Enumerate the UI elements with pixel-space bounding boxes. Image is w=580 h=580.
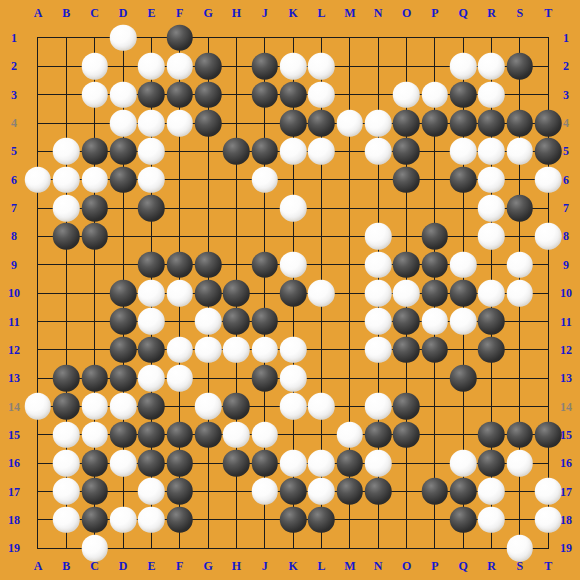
point-P8[interactable] (421, 222, 449, 250)
point-F16[interactable] (166, 449, 194, 477)
point-O15[interactable] (392, 421, 420, 449)
point-S4[interactable] (506, 109, 534, 137)
point-R17[interactable] (477, 477, 505, 505)
point-N2[interactable] (364, 52, 392, 80)
point-N11[interactable] (364, 307, 392, 335)
point-O7[interactable] (392, 194, 420, 222)
point-D9[interactable] (109, 251, 137, 279)
point-N6[interactable] (364, 166, 392, 194)
point-N4[interactable] (364, 109, 392, 137)
point-L16[interactable] (307, 449, 335, 477)
point-G17[interactable] (194, 477, 222, 505)
point-O16[interactable] (392, 449, 420, 477)
point-C5[interactable] (80, 137, 108, 165)
point-D10[interactable] (109, 279, 137, 307)
point-T1[interactable] (534, 24, 562, 52)
point-O13[interactable] (392, 364, 420, 392)
point-G13[interactable] (194, 364, 222, 392)
point-F9[interactable] (166, 251, 194, 279)
point-G6[interactable] (194, 166, 222, 194)
point-C13[interactable] (80, 364, 108, 392)
point-D18[interactable] (109, 506, 137, 534)
point-M3[interactable] (336, 80, 364, 108)
point-R2[interactable] (477, 52, 505, 80)
point-M2[interactable] (336, 52, 364, 80)
point-A7[interactable] (24, 194, 52, 222)
point-M17[interactable] (336, 477, 364, 505)
point-J2[interactable] (251, 52, 279, 80)
point-S2[interactable] (506, 52, 534, 80)
point-J14[interactable] (251, 392, 279, 420)
point-F8[interactable] (166, 222, 194, 250)
point-G19[interactable] (194, 534, 222, 562)
point-C10[interactable] (80, 279, 108, 307)
point-E11[interactable] (137, 307, 165, 335)
point-K3[interactable] (279, 80, 307, 108)
point-T8[interactable] (534, 222, 562, 250)
point-S11[interactable] (506, 307, 534, 335)
point-B12[interactable] (52, 336, 80, 364)
point-Q15[interactable] (449, 421, 477, 449)
point-Q16[interactable] (449, 449, 477, 477)
point-A11[interactable] (24, 307, 52, 335)
point-H11[interactable] (222, 307, 250, 335)
point-M8[interactable] (336, 222, 364, 250)
point-M1[interactable] (336, 24, 364, 52)
point-Q12[interactable] (449, 336, 477, 364)
point-E17[interactable] (137, 477, 165, 505)
point-M7[interactable] (336, 194, 364, 222)
point-T16[interactable] (534, 449, 562, 477)
point-F14[interactable] (166, 392, 194, 420)
point-E3[interactable] (137, 80, 165, 108)
point-F3[interactable] (166, 80, 194, 108)
point-B16[interactable] (52, 449, 80, 477)
point-O2[interactable] (392, 52, 420, 80)
point-G1[interactable] (194, 24, 222, 52)
point-B3[interactable] (52, 80, 80, 108)
point-G16[interactable] (194, 449, 222, 477)
point-R3[interactable] (477, 80, 505, 108)
point-P12[interactable] (421, 336, 449, 364)
point-M4[interactable] (336, 109, 364, 137)
point-G9[interactable] (194, 251, 222, 279)
point-O8[interactable] (392, 222, 420, 250)
point-Q10[interactable] (449, 279, 477, 307)
point-H10[interactable] (222, 279, 250, 307)
point-R5[interactable] (477, 137, 505, 165)
point-P3[interactable] (421, 80, 449, 108)
point-M5[interactable] (336, 137, 364, 165)
point-P2[interactable] (421, 52, 449, 80)
point-R16[interactable] (477, 449, 505, 477)
point-H16[interactable] (222, 449, 250, 477)
point-Q1[interactable] (449, 24, 477, 52)
point-H13[interactable] (222, 364, 250, 392)
point-Q5[interactable] (449, 137, 477, 165)
point-S5[interactable] (506, 137, 534, 165)
point-O17[interactable] (392, 477, 420, 505)
point-C14[interactable] (80, 392, 108, 420)
point-M6[interactable] (336, 166, 364, 194)
point-K15[interactable] (279, 421, 307, 449)
point-S10[interactable] (506, 279, 534, 307)
point-G5[interactable] (194, 137, 222, 165)
point-J18[interactable] (251, 506, 279, 534)
point-M16[interactable] (336, 449, 364, 477)
point-E16[interactable] (137, 449, 165, 477)
point-F15[interactable] (166, 421, 194, 449)
point-S18[interactable] (506, 506, 534, 534)
point-L13[interactable] (307, 364, 335, 392)
point-F7[interactable] (166, 194, 194, 222)
point-M19[interactable] (336, 534, 364, 562)
point-E4[interactable] (137, 109, 165, 137)
point-B8[interactable] (52, 222, 80, 250)
point-J17[interactable] (251, 477, 279, 505)
point-F12[interactable] (166, 336, 194, 364)
point-M12[interactable] (336, 336, 364, 364)
point-A19[interactable] (24, 534, 52, 562)
point-O12[interactable] (392, 336, 420, 364)
point-H17[interactable] (222, 477, 250, 505)
point-S6[interactable] (506, 166, 534, 194)
point-O5[interactable] (392, 137, 420, 165)
point-R8[interactable] (477, 222, 505, 250)
point-N18[interactable] (364, 506, 392, 534)
point-S17[interactable] (506, 477, 534, 505)
point-L10[interactable] (307, 279, 335, 307)
point-E1[interactable] (137, 24, 165, 52)
point-B2[interactable] (52, 52, 80, 80)
point-P7[interactable] (421, 194, 449, 222)
point-R14[interactable] (477, 392, 505, 420)
point-E10[interactable] (137, 279, 165, 307)
point-F10[interactable] (166, 279, 194, 307)
point-C19[interactable] (80, 534, 108, 562)
point-C8[interactable] (80, 222, 108, 250)
point-R19[interactable] (477, 534, 505, 562)
point-S19[interactable] (506, 534, 534, 562)
point-R1[interactable] (477, 24, 505, 52)
point-E13[interactable] (137, 364, 165, 392)
point-P15[interactable] (421, 421, 449, 449)
point-H8[interactable] (222, 222, 250, 250)
point-J10[interactable] (251, 279, 279, 307)
point-R18[interactable] (477, 506, 505, 534)
point-N12[interactable] (364, 336, 392, 364)
point-A5[interactable] (24, 137, 52, 165)
point-R10[interactable] (477, 279, 505, 307)
point-D13[interactable] (109, 364, 137, 392)
point-D14[interactable] (109, 392, 137, 420)
point-F1[interactable] (166, 24, 194, 52)
point-F13[interactable] (166, 364, 194, 392)
point-N1[interactable] (364, 24, 392, 52)
point-O1[interactable] (392, 24, 420, 52)
point-A1[interactable] (24, 24, 52, 52)
point-T15[interactable] (534, 421, 562, 449)
point-H14[interactable] (222, 392, 250, 420)
point-L1[interactable] (307, 24, 335, 52)
point-K18[interactable] (279, 506, 307, 534)
point-Q6[interactable] (449, 166, 477, 194)
point-J12[interactable] (251, 336, 279, 364)
point-C6[interactable] (80, 166, 108, 194)
point-O4[interactable] (392, 109, 420, 137)
point-F2[interactable] (166, 52, 194, 80)
point-K7[interactable] (279, 194, 307, 222)
point-A14[interactable] (24, 392, 52, 420)
point-R4[interactable] (477, 109, 505, 137)
point-T5[interactable] (534, 137, 562, 165)
point-K19[interactable] (279, 534, 307, 562)
point-Q4[interactable] (449, 109, 477, 137)
point-H19[interactable] (222, 534, 250, 562)
point-F4[interactable] (166, 109, 194, 137)
point-K5[interactable] (279, 137, 307, 165)
point-B17[interactable] (52, 477, 80, 505)
point-B4[interactable] (52, 109, 80, 137)
point-P4[interactable] (421, 109, 449, 137)
point-C9[interactable] (80, 251, 108, 279)
point-G7[interactable] (194, 194, 222, 222)
point-B14[interactable] (52, 392, 80, 420)
point-C12[interactable] (80, 336, 108, 364)
point-C3[interactable] (80, 80, 108, 108)
point-E5[interactable] (137, 137, 165, 165)
point-K4[interactable] (279, 109, 307, 137)
point-H12[interactable] (222, 336, 250, 364)
point-P9[interactable] (421, 251, 449, 279)
point-C7[interactable] (80, 194, 108, 222)
point-L5[interactable] (307, 137, 335, 165)
point-J4[interactable] (251, 109, 279, 137)
point-D6[interactable] (109, 166, 137, 194)
point-Q19[interactable] (449, 534, 477, 562)
point-E15[interactable] (137, 421, 165, 449)
point-L15[interactable] (307, 421, 335, 449)
point-R15[interactable] (477, 421, 505, 449)
point-H4[interactable] (222, 109, 250, 137)
point-N3[interactable] (364, 80, 392, 108)
point-N14[interactable] (364, 392, 392, 420)
point-S12[interactable] (506, 336, 534, 364)
point-Q13[interactable] (449, 364, 477, 392)
point-C15[interactable] (80, 421, 108, 449)
point-N16[interactable] (364, 449, 392, 477)
point-N7[interactable] (364, 194, 392, 222)
point-K9[interactable] (279, 251, 307, 279)
point-M9[interactable] (336, 251, 364, 279)
point-H9[interactable] (222, 251, 250, 279)
point-Q11[interactable] (449, 307, 477, 335)
point-B10[interactable] (52, 279, 80, 307)
point-H6[interactable] (222, 166, 250, 194)
point-T17[interactable] (534, 477, 562, 505)
point-J11[interactable] (251, 307, 279, 335)
point-R7[interactable] (477, 194, 505, 222)
point-T13[interactable] (534, 364, 562, 392)
point-H1[interactable] (222, 24, 250, 52)
point-Q14[interactable] (449, 392, 477, 420)
point-E8[interactable] (137, 222, 165, 250)
point-O14[interactable] (392, 392, 420, 420)
point-P19[interactable] (421, 534, 449, 562)
point-A16[interactable] (24, 449, 52, 477)
point-P11[interactable] (421, 307, 449, 335)
point-S16[interactable] (506, 449, 534, 477)
point-K10[interactable] (279, 279, 307, 307)
point-P5[interactable] (421, 137, 449, 165)
point-D12[interactable] (109, 336, 137, 364)
point-B7[interactable] (52, 194, 80, 222)
point-N17[interactable] (364, 477, 392, 505)
point-L17[interactable] (307, 477, 335, 505)
point-G8[interactable] (194, 222, 222, 250)
point-K13[interactable] (279, 364, 307, 392)
point-A6[interactable] (24, 166, 52, 194)
point-N13[interactable] (364, 364, 392, 392)
point-B13[interactable] (52, 364, 80, 392)
point-K8[interactable] (279, 222, 307, 250)
point-O10[interactable] (392, 279, 420, 307)
point-D8[interactable] (109, 222, 137, 250)
point-G14[interactable] (194, 392, 222, 420)
point-N10[interactable] (364, 279, 392, 307)
point-F19[interactable] (166, 534, 194, 562)
point-S9[interactable] (506, 251, 534, 279)
point-N15[interactable] (364, 421, 392, 449)
point-C16[interactable] (80, 449, 108, 477)
point-N5[interactable] (364, 137, 392, 165)
point-N19[interactable] (364, 534, 392, 562)
point-E18[interactable] (137, 506, 165, 534)
point-G18[interactable] (194, 506, 222, 534)
point-J13[interactable] (251, 364, 279, 392)
point-D3[interactable] (109, 80, 137, 108)
point-O9[interactable] (392, 251, 420, 279)
point-E12[interactable] (137, 336, 165, 364)
point-H5[interactable] (222, 137, 250, 165)
point-C1[interactable] (80, 24, 108, 52)
point-M15[interactable] (336, 421, 364, 449)
point-S1[interactable] (506, 24, 534, 52)
point-S15[interactable] (506, 421, 534, 449)
point-A12[interactable] (24, 336, 52, 364)
point-D4[interactable] (109, 109, 137, 137)
point-B19[interactable] (52, 534, 80, 562)
point-Q17[interactable] (449, 477, 477, 505)
point-L14[interactable] (307, 392, 335, 420)
point-P6[interactable] (421, 166, 449, 194)
point-T10[interactable] (534, 279, 562, 307)
point-A10[interactable] (24, 279, 52, 307)
point-P17[interactable] (421, 477, 449, 505)
point-F17[interactable] (166, 477, 194, 505)
point-L7[interactable] (307, 194, 335, 222)
point-T11[interactable] (534, 307, 562, 335)
point-R12[interactable] (477, 336, 505, 364)
point-C4[interactable] (80, 109, 108, 137)
point-E14[interactable] (137, 392, 165, 420)
point-H3[interactable] (222, 80, 250, 108)
point-H15[interactable] (222, 421, 250, 449)
point-D19[interactable] (109, 534, 137, 562)
point-C2[interactable] (80, 52, 108, 80)
point-Q7[interactable] (449, 194, 477, 222)
point-K17[interactable] (279, 477, 307, 505)
point-L2[interactable] (307, 52, 335, 80)
point-J1[interactable] (251, 24, 279, 52)
point-A2[interactable] (24, 52, 52, 80)
point-P16[interactable] (421, 449, 449, 477)
point-O3[interactable] (392, 80, 420, 108)
point-S7[interactable] (506, 194, 534, 222)
point-F6[interactable] (166, 166, 194, 194)
point-A15[interactable] (24, 421, 52, 449)
point-Q3[interactable] (449, 80, 477, 108)
point-E7[interactable] (137, 194, 165, 222)
point-D11[interactable] (109, 307, 137, 335)
point-D15[interactable] (109, 421, 137, 449)
point-T18[interactable] (534, 506, 562, 534)
point-M11[interactable] (336, 307, 364, 335)
point-E6[interactable] (137, 166, 165, 194)
point-L12[interactable] (307, 336, 335, 364)
point-N9[interactable] (364, 251, 392, 279)
point-P14[interactable] (421, 392, 449, 420)
point-R6[interactable] (477, 166, 505, 194)
point-J15[interactable] (251, 421, 279, 449)
point-M10[interactable] (336, 279, 364, 307)
point-J6[interactable] (251, 166, 279, 194)
point-B11[interactable] (52, 307, 80, 335)
point-B15[interactable] (52, 421, 80, 449)
point-T12[interactable] (534, 336, 562, 364)
point-F11[interactable] (166, 307, 194, 335)
point-B5[interactable] (52, 137, 80, 165)
point-L6[interactable] (307, 166, 335, 194)
point-O6[interactable] (392, 166, 420, 194)
point-G11[interactable] (194, 307, 222, 335)
point-J19[interactable] (251, 534, 279, 562)
point-L4[interactable] (307, 109, 335, 137)
point-A17[interactable] (24, 477, 52, 505)
point-Q8[interactable] (449, 222, 477, 250)
point-L8[interactable] (307, 222, 335, 250)
point-G3[interactable] (194, 80, 222, 108)
point-J9[interactable] (251, 251, 279, 279)
point-B1[interactable] (52, 24, 80, 52)
point-J3[interactable] (251, 80, 279, 108)
point-R13[interactable] (477, 364, 505, 392)
point-A9[interactable] (24, 251, 52, 279)
point-D16[interactable] (109, 449, 137, 477)
point-Q18[interactable] (449, 506, 477, 534)
point-Q9[interactable] (449, 251, 477, 279)
point-K6[interactable] (279, 166, 307, 194)
point-L11[interactable] (307, 307, 335, 335)
point-T19[interactable] (534, 534, 562, 562)
point-H18[interactable] (222, 506, 250, 534)
point-Q2[interactable] (449, 52, 477, 80)
point-R11[interactable] (477, 307, 505, 335)
point-L19[interactable] (307, 534, 335, 562)
point-B6[interactable] (52, 166, 80, 194)
point-P1[interactable] (421, 24, 449, 52)
point-J16[interactable] (251, 449, 279, 477)
